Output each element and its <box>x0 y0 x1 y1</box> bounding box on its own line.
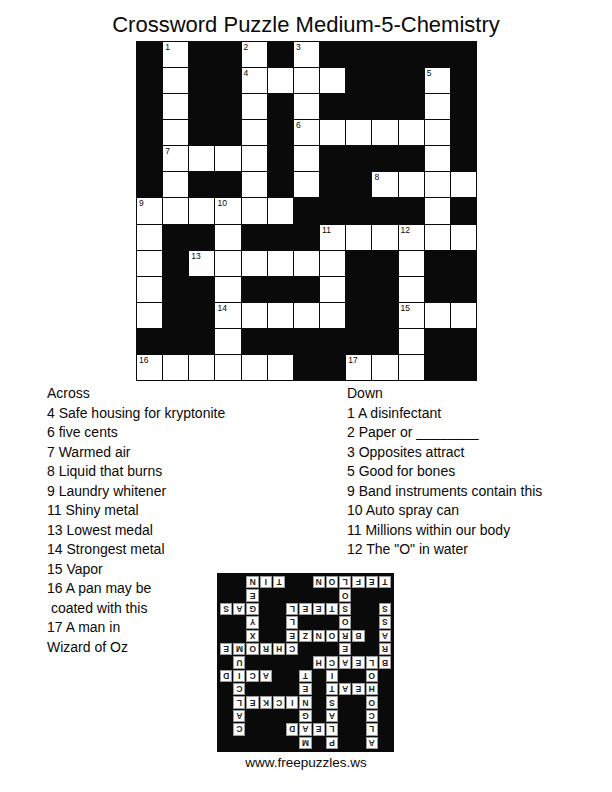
block-cell <box>346 146 371 171</box>
solution-cell: H <box>313 656 325 668</box>
block-cell <box>137 68 162 93</box>
clue-number: 4 <box>244 68 249 78</box>
block-cell <box>379 683 391 695</box>
solution-cell: B <box>352 630 364 642</box>
solution-cell: R <box>379 643 391 655</box>
entry-cell[interactable]: 7 <box>163 146 188 171</box>
solution-cell: A <box>233 603 245 615</box>
entry-cell[interactable] <box>215 146 240 171</box>
solution-cell: L <box>233 696 245 708</box>
block-cell <box>425 329 450 354</box>
solution-letter: H <box>276 644 282 654</box>
block-cell <box>379 670 391 682</box>
block-cell <box>233 616 245 628</box>
entry-cell[interactable] <box>294 146 319 171</box>
solution-letter: C <box>236 684 242 694</box>
solution-letter: D <box>289 724 295 734</box>
entry-cell[interactable] <box>137 277 162 302</box>
entry-cell[interactable] <box>215 225 240 250</box>
entry-cell[interactable] <box>425 94 450 119</box>
block-cell <box>326 616 338 628</box>
entry-cell[interactable] <box>242 172 267 197</box>
entry-cell[interactable] <box>215 251 240 276</box>
entry-cell[interactable]: 14 <box>215 303 240 328</box>
block-cell <box>339 710 351 722</box>
entry-cell[interactable]: 2 <box>242 42 267 67</box>
block-cell <box>346 277 371 302</box>
clue-number: 3 <box>296 42 301 52</box>
solution-letter: A <box>329 711 335 721</box>
entry-cell[interactable] <box>372 355 397 380</box>
entry-cell[interactable] <box>425 120 450 145</box>
entry-cell[interactable] <box>399 120 424 145</box>
solution-letter: L <box>369 724 374 734</box>
solution-cell: R <box>260 643 272 655</box>
entry-cell[interactable]: 6 <box>294 120 319 145</box>
block-cell <box>268 225 293 250</box>
clue-line: 11 Millions within our body <box>347 521 542 541</box>
block-cell <box>294 277 319 302</box>
solution-letter: L <box>343 577 348 587</box>
block-cell <box>268 172 293 197</box>
entry-cell[interactable]: 8 <box>372 172 397 197</box>
block-cell <box>372 303 397 328</box>
block-cell <box>399 94 424 119</box>
entry-cell[interactable] <box>242 94 267 119</box>
solution-letter: O <box>342 591 349 601</box>
block-cell <box>260 630 272 642</box>
clue-line: 17 A man in <box>47 618 225 638</box>
block-cell <box>366 589 378 601</box>
entry-cell[interactable] <box>320 277 345 302</box>
entry-cell[interactable] <box>425 225 450 250</box>
block-cell <box>273 723 285 735</box>
entry-cell[interactable]: 9 <box>137 198 162 223</box>
solution-letter: B <box>355 631 361 641</box>
solution-cell: L <box>366 723 378 735</box>
entry-cell[interactable] <box>294 94 319 119</box>
clue-line: 12 The "O" in water <box>347 540 542 560</box>
solution-cell: I <box>260 576 272 588</box>
block-cell <box>273 737 285 749</box>
block-cell <box>273 603 285 615</box>
solution-cell: D <box>286 723 298 735</box>
solution-letter: O <box>368 698 375 708</box>
solution-letter: C <box>369 711 375 721</box>
block-cell <box>268 94 293 119</box>
entry-cell[interactable] <box>451 172 476 197</box>
solution-cell: S <box>339 603 351 615</box>
entry-cell[interactable] <box>399 251 424 276</box>
solution-letter: E <box>303 684 309 694</box>
solution-cell: A <box>366 737 378 749</box>
block-cell <box>326 643 338 655</box>
solution-cell: A <box>339 656 351 668</box>
solution-cell: E <box>299 683 311 695</box>
entry-cell[interactable] <box>294 68 319 93</box>
block-cell <box>260 737 272 749</box>
entry-cell[interactable] <box>189 146 214 171</box>
solution-cell: T <box>379 576 391 588</box>
block-cell <box>352 696 364 708</box>
block-cell <box>320 146 345 171</box>
entry-cell[interactable] <box>189 198 214 223</box>
block-cell <box>137 146 162 171</box>
clue-line: 3 Opposites attract <box>347 443 542 463</box>
block-cell <box>320 198 345 223</box>
entry-cell[interactable] <box>425 198 450 223</box>
solution-letter: E <box>250 591 256 601</box>
solution-cell: L <box>286 616 298 628</box>
solution-cell: E <box>299 603 311 615</box>
entry-cell[interactable] <box>215 277 240 302</box>
entry-cell[interactable] <box>451 225 476 250</box>
block-cell <box>451 146 476 171</box>
block-cell <box>273 589 285 601</box>
entry-cell[interactable] <box>320 251 345 276</box>
solution-cell: A <box>379 630 391 642</box>
solution-letter: L <box>290 604 295 614</box>
entry-cell[interactable] <box>294 172 319 197</box>
block-cell <box>220 576 232 588</box>
block-cell <box>399 42 424 67</box>
block-cell <box>451 42 476 67</box>
block-cell <box>215 68 240 93</box>
entry-cell[interactable]: 12 <box>399 225 424 250</box>
block-cell <box>320 355 345 380</box>
block-cell <box>246 737 258 749</box>
block-cell <box>286 589 298 601</box>
solution-cell: O <box>246 643 258 655</box>
entry-cell[interactable] <box>294 251 319 276</box>
block-cell <box>379 589 391 601</box>
entry-cell[interactable] <box>163 94 188 119</box>
solution-cell: L <box>366 656 378 668</box>
solution-cell: T <box>326 683 338 695</box>
block-cell <box>451 277 476 302</box>
block-cell <box>163 251 188 276</box>
solution-cell: K <box>260 696 272 708</box>
entry-cell[interactable] <box>242 146 267 171</box>
solution-letter: T <box>329 684 334 694</box>
clue-line: 13 Lowest medal <box>47 521 225 541</box>
entry-cell[interactable] <box>268 355 293 380</box>
solution-cell: C <box>366 710 378 722</box>
entry-cell[interactable] <box>268 251 293 276</box>
solution-letter: N <box>316 577 322 587</box>
entry-cell[interactable] <box>346 120 371 145</box>
block-cell <box>163 277 188 302</box>
block-cell <box>294 198 319 223</box>
solution-cell: L <box>286 603 298 615</box>
entry-cell[interactable]: 4 <box>242 68 267 93</box>
entry-cell[interactable] <box>268 303 293 328</box>
block-cell <box>346 94 371 119</box>
block-cell <box>286 576 298 588</box>
solution-letter: N <box>316 631 322 641</box>
solution-cell: C <box>273 696 285 708</box>
down-clues: Down 1 A disinfectant2 Paper or ________… <box>347 384 542 560</box>
block-cell <box>260 710 272 722</box>
block-cell <box>286 737 298 749</box>
block-cell <box>346 68 371 93</box>
block-cell <box>246 723 258 735</box>
block-cell <box>220 616 232 628</box>
clue-line: 11 Shiny metal <box>47 501 225 521</box>
solution-letter: C <box>289 644 295 654</box>
block-cell <box>399 68 424 93</box>
entry-cell[interactable] <box>399 277 424 302</box>
block-cell <box>451 198 476 223</box>
entry-cell[interactable] <box>268 68 293 93</box>
block-cell <box>246 683 258 695</box>
block-cell <box>189 225 214 250</box>
entry-cell[interactable]: 3 <box>294 42 319 67</box>
solution-letter: T <box>276 577 281 587</box>
block-cell <box>189 277 214 302</box>
block-cell <box>215 120 240 145</box>
clue-number: 13 <box>191 251 200 261</box>
solution-cell: E <box>286 630 298 642</box>
solution-letter: M <box>302 738 309 748</box>
block-cell <box>339 737 351 749</box>
solution-letter: E <box>303 604 309 614</box>
entry-cell[interactable] <box>242 120 267 145</box>
entry-cell[interactable] <box>242 198 267 223</box>
entry-cell[interactable] <box>163 68 188 93</box>
solution-cell: M <box>233 643 245 655</box>
entry-cell[interactable] <box>163 355 188 380</box>
entry-cell[interactable] <box>451 303 476 328</box>
solution-letter: U <box>236 658 242 668</box>
solution-letter: L <box>237 698 242 708</box>
entry-cell[interactable] <box>399 172 424 197</box>
block-cell <box>215 94 240 119</box>
entry-cell[interactable] <box>425 146 450 171</box>
entry-cell[interactable] <box>189 355 214 380</box>
clue-number: 14 <box>217 303 226 313</box>
solution-letter: R <box>382 644 388 654</box>
solution-letter: E <box>369 577 375 587</box>
block-cell <box>233 576 245 588</box>
solution-letter: S <box>382 617 388 627</box>
entry-cell[interactable] <box>215 355 240 380</box>
entry-cell[interactable] <box>137 251 162 276</box>
entry-cell[interactable]: 1 <box>163 42 188 67</box>
block-cell <box>313 737 325 749</box>
clue-line: 9 Laundry whitener <box>47 482 225 502</box>
solution-cell: C <box>326 656 338 668</box>
solution-cell: E <box>352 656 364 668</box>
entry-cell[interactable]: 10 <box>215 198 240 223</box>
clue-line: 14 Strongest metal <box>47 540 225 560</box>
solution-cell: I <box>233 670 245 682</box>
solution-letter: P <box>329 738 335 748</box>
solution-letter: X <box>250 631 256 641</box>
solution-cell: F <box>352 576 364 588</box>
solution-cell: G <box>299 710 311 722</box>
entry-cell[interactable] <box>399 329 424 354</box>
block-cell <box>313 616 325 628</box>
page-title: Crossword Puzzle Medium-5-Chemistry <box>0 13 612 37</box>
block-cell <box>189 329 214 354</box>
solution-cell: S <box>220 603 232 615</box>
clue-line: 16 A pan may be <box>47 579 225 599</box>
block-cell <box>399 198 424 223</box>
block-cell <box>189 120 214 145</box>
entry-cell[interactable] <box>320 120 345 145</box>
block-cell <box>286 683 298 695</box>
block-cell <box>313 696 325 708</box>
clue-line: 1 A disinfectant <box>347 404 542 424</box>
solution-cell: U <box>233 656 245 668</box>
across-clues: Across 4 Safe housing for kryptonite6 fi… <box>47 384 225 657</box>
entry-cell[interactable] <box>242 303 267 328</box>
entry-cell[interactable] <box>163 198 188 223</box>
solution-cell: E <box>246 696 258 708</box>
entry-cell[interactable]: 15 <box>399 303 424 328</box>
entry-cell[interactable] <box>294 303 319 328</box>
block-cell <box>346 251 371 276</box>
block-cell <box>320 94 345 119</box>
block-cell <box>137 172 162 197</box>
solution-letter: S <box>223 604 229 614</box>
entry-cell[interactable] <box>163 120 188 145</box>
entry-cell[interactable] <box>242 251 267 276</box>
solution-cell: A <box>299 723 311 735</box>
block-cell <box>137 120 162 145</box>
solution-cell: C <box>286 643 298 655</box>
block-cell <box>268 146 293 171</box>
entry-cell[interactable]: 16 <box>137 355 162 380</box>
block-cell <box>451 251 476 276</box>
block-cell <box>268 329 293 354</box>
block-cell <box>233 737 245 749</box>
solution-cell: O <box>366 696 378 708</box>
block-cell <box>451 68 476 93</box>
solution-letter: I <box>291 698 293 708</box>
solution-letter: E <box>289 631 295 641</box>
clue-number: 7 <box>165 146 170 156</box>
block-cell <box>352 710 364 722</box>
solution-cell: E <box>313 603 325 615</box>
solution-cell: Y <box>246 616 258 628</box>
entry-cell[interactable] <box>268 198 293 223</box>
block-cell <box>352 737 364 749</box>
block-cell <box>352 723 364 735</box>
clue-number: 12 <box>401 225 410 235</box>
solution-cell: A <box>260 670 272 682</box>
block-cell <box>220 737 232 749</box>
block-cell <box>313 589 325 601</box>
solution-letter: H <box>316 658 322 668</box>
block-cell <box>260 589 272 601</box>
solution-letter: F <box>356 577 361 587</box>
entry-cell[interactable] <box>320 68 345 93</box>
entry-cell[interactable] <box>137 303 162 328</box>
block-cell <box>260 603 272 615</box>
solution-letter: I <box>331 671 333 681</box>
block-cell <box>451 120 476 145</box>
block-cell <box>273 630 285 642</box>
entry-cell[interactable] <box>242 355 267 380</box>
entry-cell[interactable] <box>215 329 240 354</box>
block-cell <box>320 172 345 197</box>
clue-line: Wizard of Oz <box>47 638 225 658</box>
entry-cell[interactable] <box>346 225 371 250</box>
block-cell <box>273 616 285 628</box>
entry-cell[interactable] <box>137 225 162 250</box>
block-cell <box>137 42 162 67</box>
block-cell <box>286 656 298 668</box>
solution-letter: C <box>276 698 282 708</box>
across-clue-list: 4 Safe housing for kryptonite6 five cent… <box>47 404 225 658</box>
block-cell <box>346 42 371 67</box>
entry-cell[interactable]: 5 <box>425 68 450 93</box>
entry-cell[interactable] <box>320 303 345 328</box>
entry-cell[interactable] <box>163 172 188 197</box>
solution-letter: E <box>342 644 348 654</box>
entry-cell[interactable]: 17 <box>346 355 371 380</box>
block-cell <box>299 616 311 628</box>
block-cell <box>366 616 378 628</box>
solution-cell: O <box>326 576 338 588</box>
clue-line: 9 Band instruments contain this <box>347 482 542 502</box>
block-cell <box>246 656 258 668</box>
solution-cell: S <box>326 696 338 708</box>
block-cell <box>189 172 214 197</box>
block-cell <box>346 303 371 328</box>
solution-cell: H <box>273 643 285 655</box>
solution-cell: T <box>326 603 338 615</box>
clue-line: 8 Liquid that burns <box>47 462 225 482</box>
clue-number: 17 <box>348 355 357 365</box>
block-cell <box>451 355 476 380</box>
block-cell <box>346 198 371 223</box>
solution-letter: A <box>342 658 348 668</box>
solution-letter: C <box>236 724 242 734</box>
solution-cell: H <box>366 683 378 695</box>
block-cell <box>220 630 232 642</box>
solution-cell: O <box>339 589 351 601</box>
entry-cell[interactable]: 13 <box>189 251 214 276</box>
solution-letter: T <box>382 577 387 587</box>
block-cell <box>220 589 232 601</box>
clue-number: 5 <box>427 68 432 78</box>
block-cell <box>268 42 293 67</box>
entry-cell[interactable] <box>372 225 397 250</box>
clue-number: 15 <box>401 303 410 313</box>
block-cell <box>260 616 272 628</box>
solution-cell: A <box>326 710 338 722</box>
solution-cell: N <box>313 630 325 642</box>
entry-cell[interactable] <box>399 355 424 380</box>
solution-cell: Z <box>299 630 311 642</box>
solution-letter: I <box>238 671 240 681</box>
block-cell <box>425 251 450 276</box>
block-cell <box>352 616 364 628</box>
solution-cell: S <box>379 616 391 628</box>
block-cell <box>313 710 325 722</box>
entry-cell[interactable] <box>425 172 450 197</box>
block-cell <box>163 303 188 328</box>
entry-cell[interactable] <box>372 120 397 145</box>
entry-cell[interactable] <box>425 303 450 328</box>
entry-cell[interactable]: 11 <box>320 225 345 250</box>
block-cell <box>425 277 450 302</box>
block-cell <box>346 172 371 197</box>
solution-letter: A <box>302 724 308 734</box>
